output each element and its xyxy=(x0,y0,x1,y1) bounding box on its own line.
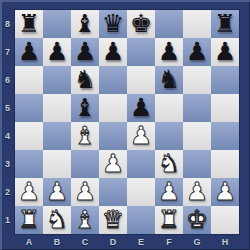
black-pawn-e5[interactable]: ♟ xyxy=(130,95,152,120)
file-label-e: E xyxy=(127,234,155,250)
white-knight-f3[interactable]: ♞ xyxy=(158,151,180,176)
square-g1[interactable]: ♚ xyxy=(183,206,211,234)
white-pawn-g2[interactable]: ♟ xyxy=(186,179,208,204)
square-f3[interactable]: ♞ xyxy=(155,150,183,178)
square-e8[interactable]: ♚ xyxy=(127,10,155,38)
square-b3[interactable] xyxy=(43,150,71,178)
rank-labels: 87654321 xyxy=(0,10,15,234)
white-rook-f1[interactable]: ♜ xyxy=(158,207,180,232)
black-pawn-f7[interactable]: ♟ xyxy=(158,39,180,64)
square-a3[interactable] xyxy=(15,150,43,178)
rank-label-3: 3 xyxy=(0,150,15,178)
square-c7[interactable]: ♟ xyxy=(71,38,99,66)
black-pawn-a7[interactable]: ♟ xyxy=(18,39,40,64)
black-pawn-b7[interactable]: ♟ xyxy=(46,39,68,64)
chessboard[interactable]: ♜♝♛♚♜♟♟♟♟♟♟♟♞♞♝♟♝♟♟♞♟♟♟♟♟♟♜♞♝♛♜♚ xyxy=(15,10,239,234)
square-a7[interactable]: ♟ xyxy=(15,38,43,66)
square-b8[interactable] xyxy=(43,10,71,38)
square-e6[interactable] xyxy=(127,66,155,94)
rank-label-5: 5 xyxy=(0,94,15,122)
square-d4[interactable] xyxy=(99,122,127,150)
square-c5[interactable]: ♝ xyxy=(71,94,99,122)
square-e4[interactable]: ♟ xyxy=(127,122,155,150)
square-e7[interactable] xyxy=(127,38,155,66)
white-pawn-c2[interactable]: ♟ xyxy=(74,179,96,204)
white-pawn-h2[interactable]: ♟ xyxy=(214,179,236,204)
black-queen-d8[interactable]: ♛ xyxy=(102,11,124,36)
black-bishop-c5[interactable]: ♝ xyxy=(74,95,96,120)
square-a1[interactable]: ♜ xyxy=(15,206,43,234)
square-c2[interactable]: ♟ xyxy=(71,178,99,206)
black-pawn-h7[interactable]: ♟ xyxy=(214,39,236,64)
square-h8[interactable]: ♜ xyxy=(211,10,239,38)
square-h6[interactable] xyxy=(211,66,239,94)
rank-label-7: 7 xyxy=(0,38,15,66)
white-knight-b1[interactable]: ♞ xyxy=(46,207,68,232)
square-c1[interactable]: ♝ xyxy=(71,206,99,234)
white-rook-a1[interactable]: ♜ xyxy=(18,207,40,232)
square-f8[interactable] xyxy=(155,10,183,38)
square-d3[interactable]: ♟ xyxy=(99,150,127,178)
square-f2[interactable]: ♟ xyxy=(155,178,183,206)
rank-label-1: 1 xyxy=(0,206,15,234)
white-pawn-e4[interactable]: ♟ xyxy=(130,123,152,148)
black-pawn-g7[interactable]: ♟ xyxy=(186,39,208,64)
square-h4[interactable] xyxy=(211,122,239,150)
file-label-a: A xyxy=(15,234,43,250)
square-h1[interactable] xyxy=(211,206,239,234)
white-queen-d1[interactable]: ♛ xyxy=(102,207,124,232)
square-h2[interactable]: ♟ xyxy=(211,178,239,206)
file-label-b: B xyxy=(43,234,71,250)
square-a6[interactable] xyxy=(15,66,43,94)
square-g4[interactable] xyxy=(183,122,211,150)
square-g7[interactable]: ♟ xyxy=(183,38,211,66)
square-c3[interactable] xyxy=(71,150,99,178)
rank-label-2: 2 xyxy=(0,178,15,206)
square-a5[interactable] xyxy=(15,94,43,122)
square-g3[interactable] xyxy=(183,150,211,178)
square-h3[interactable] xyxy=(211,150,239,178)
board-frame: 87654321 ♜♝♛♚♜♟♟♟♟♟♟♟♞♞♝♟♝♟♟♞♟♟♟♟♟♟♜♞♝♛♜… xyxy=(0,0,250,250)
black-king-e8[interactable]: ♚ xyxy=(130,11,152,36)
rank-label-8: 8 xyxy=(0,10,15,38)
square-d7[interactable]: ♟ xyxy=(99,38,127,66)
square-e1[interactable] xyxy=(127,206,155,234)
square-d1[interactable]: ♛ xyxy=(99,206,127,234)
square-g2[interactable]: ♟ xyxy=(183,178,211,206)
white-pawn-b2[interactable]: ♟ xyxy=(46,179,68,204)
black-rook-h8[interactable]: ♜ xyxy=(214,11,236,36)
file-label-g: G xyxy=(183,234,211,250)
white-pawn-f2[interactable]: ♟ xyxy=(158,179,180,204)
square-f6[interactable]: ♞ xyxy=(155,66,183,94)
file-labels: ABCDEFGH xyxy=(15,234,239,250)
black-pawn-d7[interactable]: ♟ xyxy=(102,39,124,64)
square-g5[interactable] xyxy=(183,94,211,122)
square-a8[interactable]: ♜ xyxy=(15,10,43,38)
rank-label-4: 4 xyxy=(0,122,15,150)
file-label-d: D xyxy=(99,234,127,250)
square-b6[interactable] xyxy=(43,66,71,94)
square-b2[interactable]: ♟ xyxy=(43,178,71,206)
square-d8[interactable]: ♛ xyxy=(99,10,127,38)
white-bishop-c1[interactable]: ♝ xyxy=(74,207,96,232)
square-f7[interactable]: ♟ xyxy=(155,38,183,66)
square-f5[interactable] xyxy=(155,94,183,122)
square-e5[interactable]: ♟ xyxy=(127,94,155,122)
square-h7[interactable]: ♟ xyxy=(211,38,239,66)
square-b5[interactable] xyxy=(43,94,71,122)
white-king-g1[interactable]: ♚ xyxy=(186,207,208,232)
square-g8[interactable] xyxy=(183,10,211,38)
square-f4[interactable] xyxy=(155,122,183,150)
white-bishop-c4[interactable]: ♝ xyxy=(74,123,96,148)
black-knight-f6[interactable]: ♞ xyxy=(158,67,180,92)
square-e3[interactable] xyxy=(127,150,155,178)
square-b7[interactable]: ♟ xyxy=(43,38,71,66)
square-d6[interactable] xyxy=(99,66,127,94)
file-label-c: C xyxy=(71,234,99,250)
white-pawn-a2[interactable]: ♟ xyxy=(18,179,40,204)
square-g6[interactable] xyxy=(183,66,211,94)
square-e2[interactable] xyxy=(127,178,155,206)
rank-label-6: 6 xyxy=(0,66,15,94)
square-c8[interactable]: ♝ xyxy=(71,10,99,38)
square-c6[interactable]: ♞ xyxy=(71,66,99,94)
square-b1[interactable]: ♞ xyxy=(43,206,71,234)
square-a2[interactable]: ♟ xyxy=(15,178,43,206)
square-b4[interactable] xyxy=(43,122,71,150)
square-h5[interactable] xyxy=(211,94,239,122)
black-pawn-c7[interactable]: ♟ xyxy=(74,39,96,64)
square-d5[interactable] xyxy=(99,94,127,122)
white-pawn-d3[interactable]: ♟ xyxy=(102,151,124,176)
square-f1[interactable]: ♜ xyxy=(155,206,183,234)
square-a4[interactable] xyxy=(15,122,43,150)
square-c4[interactable]: ♝ xyxy=(71,122,99,150)
file-label-f: F xyxy=(155,234,183,250)
black-rook-a8[interactable]: ♜ xyxy=(18,11,40,36)
black-bishop-c8[interactable]: ♝ xyxy=(74,11,96,36)
black-knight-c6[interactable]: ♞ xyxy=(74,67,96,92)
square-d2[interactable] xyxy=(99,178,127,206)
file-label-h: H xyxy=(211,234,239,250)
